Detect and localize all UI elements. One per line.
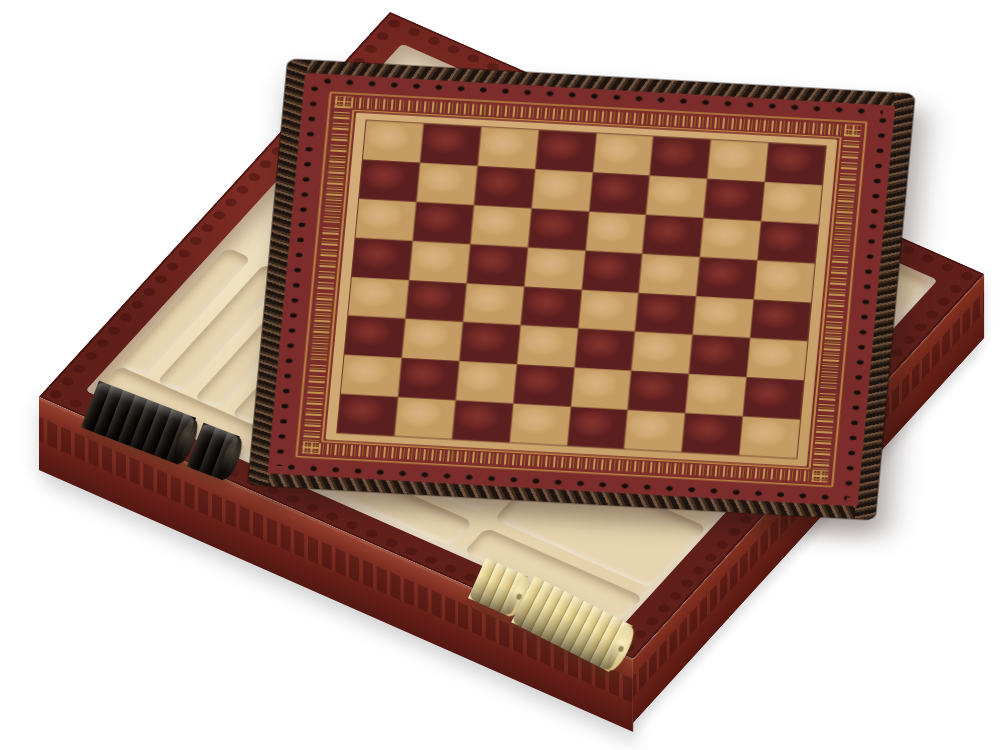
square-b3[interactable] bbox=[402, 319, 462, 361]
square-h7[interactable] bbox=[762, 182, 822, 224]
square-d1[interactable] bbox=[510, 404, 570, 446]
square-f3[interactable] bbox=[632, 332, 692, 374]
square-f8[interactable] bbox=[650, 137, 710, 179]
square-b5[interactable] bbox=[409, 241, 469, 283]
square-g4[interactable] bbox=[693, 296, 753, 338]
square-b1[interactable] bbox=[395, 397, 455, 439]
square-d8[interactable] bbox=[535, 130, 595, 172]
square-b8[interactable] bbox=[420, 124, 480, 166]
square-a2[interactable] bbox=[341, 355, 401, 397]
square-a1[interactable] bbox=[337, 394, 397, 436]
square-e5[interactable] bbox=[582, 251, 642, 293]
leather-margin bbox=[267, 72, 895, 506]
square-h6[interactable] bbox=[758, 221, 818, 263]
square-c7[interactable] bbox=[474, 166, 534, 208]
square-a4[interactable] bbox=[348, 277, 408, 319]
square-g7[interactable] bbox=[704, 179, 764, 221]
square-g2[interactable] bbox=[686, 374, 746, 416]
square-e4[interactable] bbox=[578, 290, 638, 332]
square-h2[interactable] bbox=[743, 378, 803, 420]
board-margin-field bbox=[325, 113, 837, 467]
square-h1[interactable] bbox=[740, 417, 800, 459]
square-h4[interactable] bbox=[751, 299, 811, 341]
product-photo-scene bbox=[0, 0, 1000, 750]
chess-board bbox=[248, 59, 915, 520]
square-b7[interactable] bbox=[417, 163, 477, 205]
square-e2[interactable] bbox=[571, 368, 631, 410]
square-b2[interactable] bbox=[398, 358, 458, 400]
square-g1[interactable] bbox=[682, 414, 742, 456]
square-d5[interactable] bbox=[524, 248, 584, 290]
square-d6[interactable] bbox=[528, 208, 588, 250]
square-c4[interactable] bbox=[463, 283, 523, 325]
square-d3[interactable] bbox=[517, 326, 577, 368]
square-c2[interactable] bbox=[456, 362, 516, 404]
square-a7[interactable] bbox=[359, 160, 419, 202]
square-f6[interactable] bbox=[643, 215, 703, 257]
square-h8[interactable] bbox=[765, 143, 825, 185]
square-h3[interactable] bbox=[747, 339, 807, 381]
square-f1[interactable] bbox=[625, 410, 685, 452]
square-e8[interactable] bbox=[593, 134, 653, 176]
square-a3[interactable] bbox=[345, 316, 405, 358]
square-e3[interactable] bbox=[575, 329, 635, 371]
square-a6[interactable] bbox=[356, 199, 416, 241]
square-d7[interactable] bbox=[532, 169, 592, 211]
square-g5[interactable] bbox=[697, 257, 757, 299]
square-g3[interactable] bbox=[690, 335, 750, 377]
square-g8[interactable] bbox=[708, 140, 768, 182]
square-e6[interactable] bbox=[586, 212, 646, 254]
square-d2[interactable] bbox=[513, 365, 573, 407]
square-e7[interactable] bbox=[589, 173, 649, 215]
square-c1[interactable] bbox=[452, 401, 512, 443]
square-f7[interactable] bbox=[647, 176, 707, 218]
square-a5[interactable] bbox=[352, 238, 412, 280]
square-h5[interactable] bbox=[754, 260, 814, 302]
square-d4[interactable] bbox=[521, 287, 581, 329]
square-g6[interactable] bbox=[701, 218, 761, 260]
square-b4[interactable] bbox=[406, 280, 466, 322]
square-e1[interactable] bbox=[567, 407, 627, 449]
square-c6[interactable] bbox=[471, 205, 531, 247]
square-f2[interactable] bbox=[628, 371, 688, 413]
square-c8[interactable] bbox=[478, 127, 538, 169]
playing-area bbox=[336, 120, 826, 459]
square-f5[interactable] bbox=[639, 254, 699, 296]
square-f4[interactable] bbox=[636, 293, 696, 335]
square-b6[interactable] bbox=[413, 202, 473, 244]
square-c3[interactable] bbox=[460, 323, 520, 365]
square-c5[interactable] bbox=[467, 244, 527, 286]
square-a8[interactable] bbox=[363, 121, 423, 163]
